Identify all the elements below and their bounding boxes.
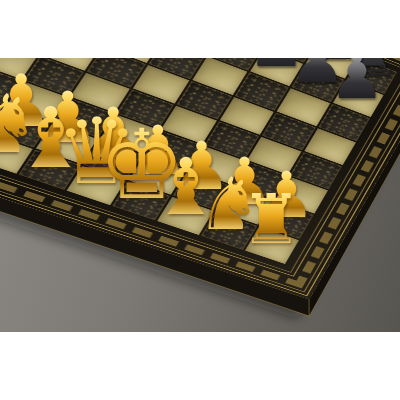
product-photo: ♜♞♝♛♚♝♞♜♟♟♟♟♟♟♟♟♟♟♟♟♟♟♟♝♛♚♝♞♜ <box>0 0 400 400</box>
tabletop-scene: ♜♞♝♛♚♝♞♜♟♟♟♟♟♟♟♟♟♟♟♟♟♟♟♝♛♚♝♞♜ <box>0 58 400 332</box>
